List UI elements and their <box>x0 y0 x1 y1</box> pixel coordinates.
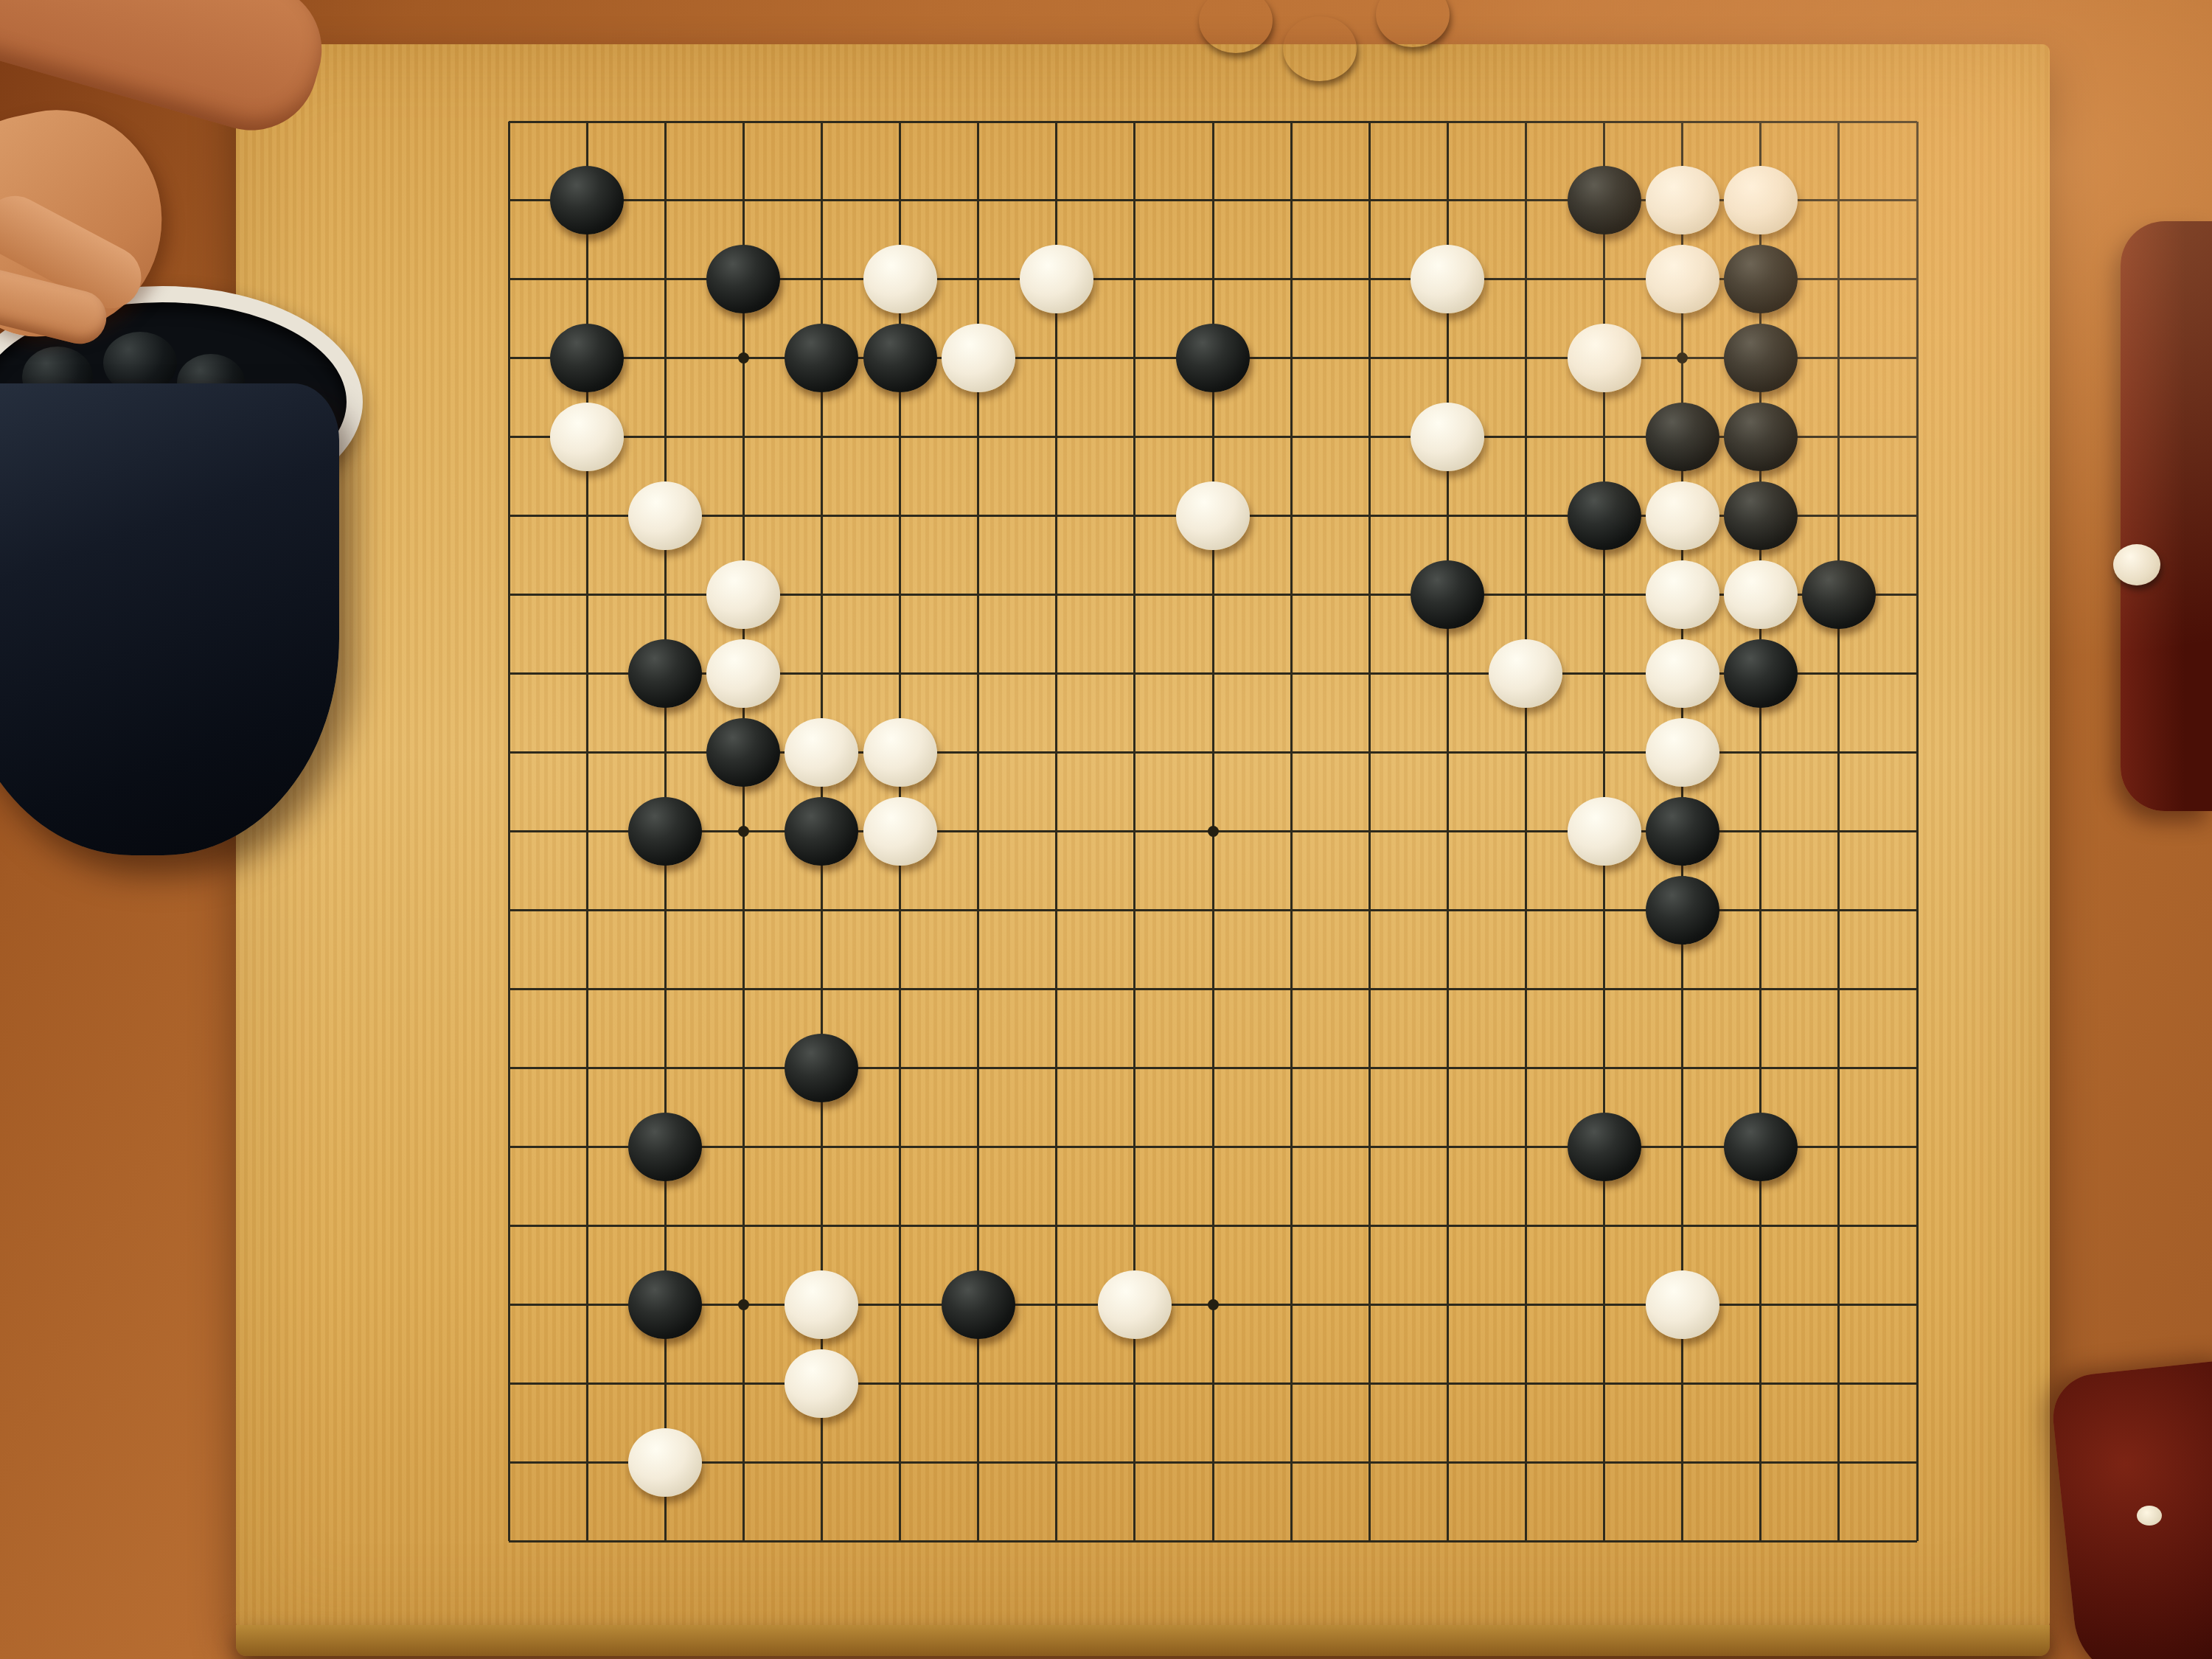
white-stone <box>1646 1270 1719 1339</box>
white-stone <box>1020 245 1093 313</box>
black-stone <box>1724 481 1798 550</box>
white-stone <box>1411 245 1484 313</box>
black-stone <box>1646 797 1719 866</box>
white-stone <box>863 797 937 866</box>
black-stone <box>1724 324 1798 392</box>
grid-line-horizontal <box>509 988 1917 990</box>
white-stone <box>1646 560 1719 629</box>
black-stone <box>628 1270 702 1339</box>
white-stone <box>1098 1270 1172 1339</box>
black-stone <box>1411 560 1484 629</box>
grid-line-vertical <box>1837 122 1840 1541</box>
hoshi-point <box>738 1299 749 1310</box>
white-stone <box>1411 403 1484 471</box>
white-stone <box>1646 481 1719 550</box>
white-stone <box>1568 797 1641 866</box>
black-stone <box>785 324 858 392</box>
white-stone <box>628 1428 702 1497</box>
black-stone <box>706 245 780 313</box>
white-stone <box>863 718 937 787</box>
grid-line-horizontal <box>509 1461 1917 1464</box>
grid-line-vertical <box>1290 122 1293 1541</box>
grid-line-vertical <box>1916 122 1919 1541</box>
white-stone <box>1646 718 1719 787</box>
grid-line-horizontal <box>509 1225 1917 1227</box>
black-stone <box>1802 560 1876 629</box>
black-stone <box>1646 876 1719 945</box>
black-stone <box>785 797 858 866</box>
grid-line-vertical <box>1447 122 1449 1541</box>
red-bowl-lid <box>2121 221 2212 811</box>
white-stone <box>1568 324 1641 392</box>
black-stone <box>1176 324 1250 392</box>
black-stone <box>706 718 780 787</box>
white-stone <box>628 481 702 550</box>
white-stone <box>1646 639 1719 708</box>
black-stone <box>785 1034 858 1102</box>
white-stone <box>1646 166 1719 234</box>
black-stone <box>628 1113 702 1181</box>
white-stone <box>1724 166 1798 234</box>
black-stone <box>1724 1113 1798 1181</box>
black-stone <box>942 1270 1015 1339</box>
black-stone <box>628 797 702 866</box>
white-stone <box>863 245 937 313</box>
black-stone <box>1724 403 1798 471</box>
black-stone <box>1724 245 1798 313</box>
grid-line-horizontal <box>509 1382 1917 1385</box>
black-stone <box>863 324 937 392</box>
red-bowl-highlight <box>2137 1506 2162 1526</box>
hoshi-point <box>1208 826 1219 837</box>
white-stone <box>1489 639 1562 708</box>
black-stone <box>1568 1113 1641 1181</box>
black-stone <box>1568 166 1641 234</box>
black-stone <box>550 166 624 234</box>
board-front-edge <box>236 1625 2050 1656</box>
white-stone <box>1646 245 1719 313</box>
black-stone <box>1568 481 1641 550</box>
white-stone-on-lid <box>2113 544 2160 585</box>
white-stone <box>550 403 624 471</box>
white-stone <box>785 1349 858 1418</box>
grid-line-vertical <box>1525 122 1527 1541</box>
go-board <box>236 44 2050 1630</box>
white-stone <box>1176 481 1250 550</box>
hoshi-point <box>738 826 749 837</box>
stray-black-stone <box>1376 0 1450 47</box>
black-stone <box>628 639 702 708</box>
grid-line-vertical <box>1368 122 1371 1541</box>
grid-line-horizontal <box>509 1067 1917 1069</box>
white-stone <box>1724 560 1798 629</box>
black-stone <box>1724 639 1798 708</box>
red-bowl-bottom-right <box>2049 1359 2212 1659</box>
hoshi-point <box>738 352 749 364</box>
black-stone-bowl <box>0 383 339 855</box>
black-stone <box>1646 403 1719 471</box>
hoshi-point <box>1208 1299 1219 1310</box>
black-stone <box>550 324 624 392</box>
hoshi-point <box>1677 352 1688 364</box>
white-stone <box>785 718 858 787</box>
grid-line-horizontal <box>509 1540 1917 1543</box>
white-stone <box>706 639 780 708</box>
table-scene <box>0 0 2212 1659</box>
grid-line-horizontal <box>509 1146 1917 1148</box>
stray-black-stone <box>1283 16 1357 81</box>
white-stone <box>942 324 1015 392</box>
white-stone <box>785 1270 858 1339</box>
white-stone <box>706 560 780 629</box>
